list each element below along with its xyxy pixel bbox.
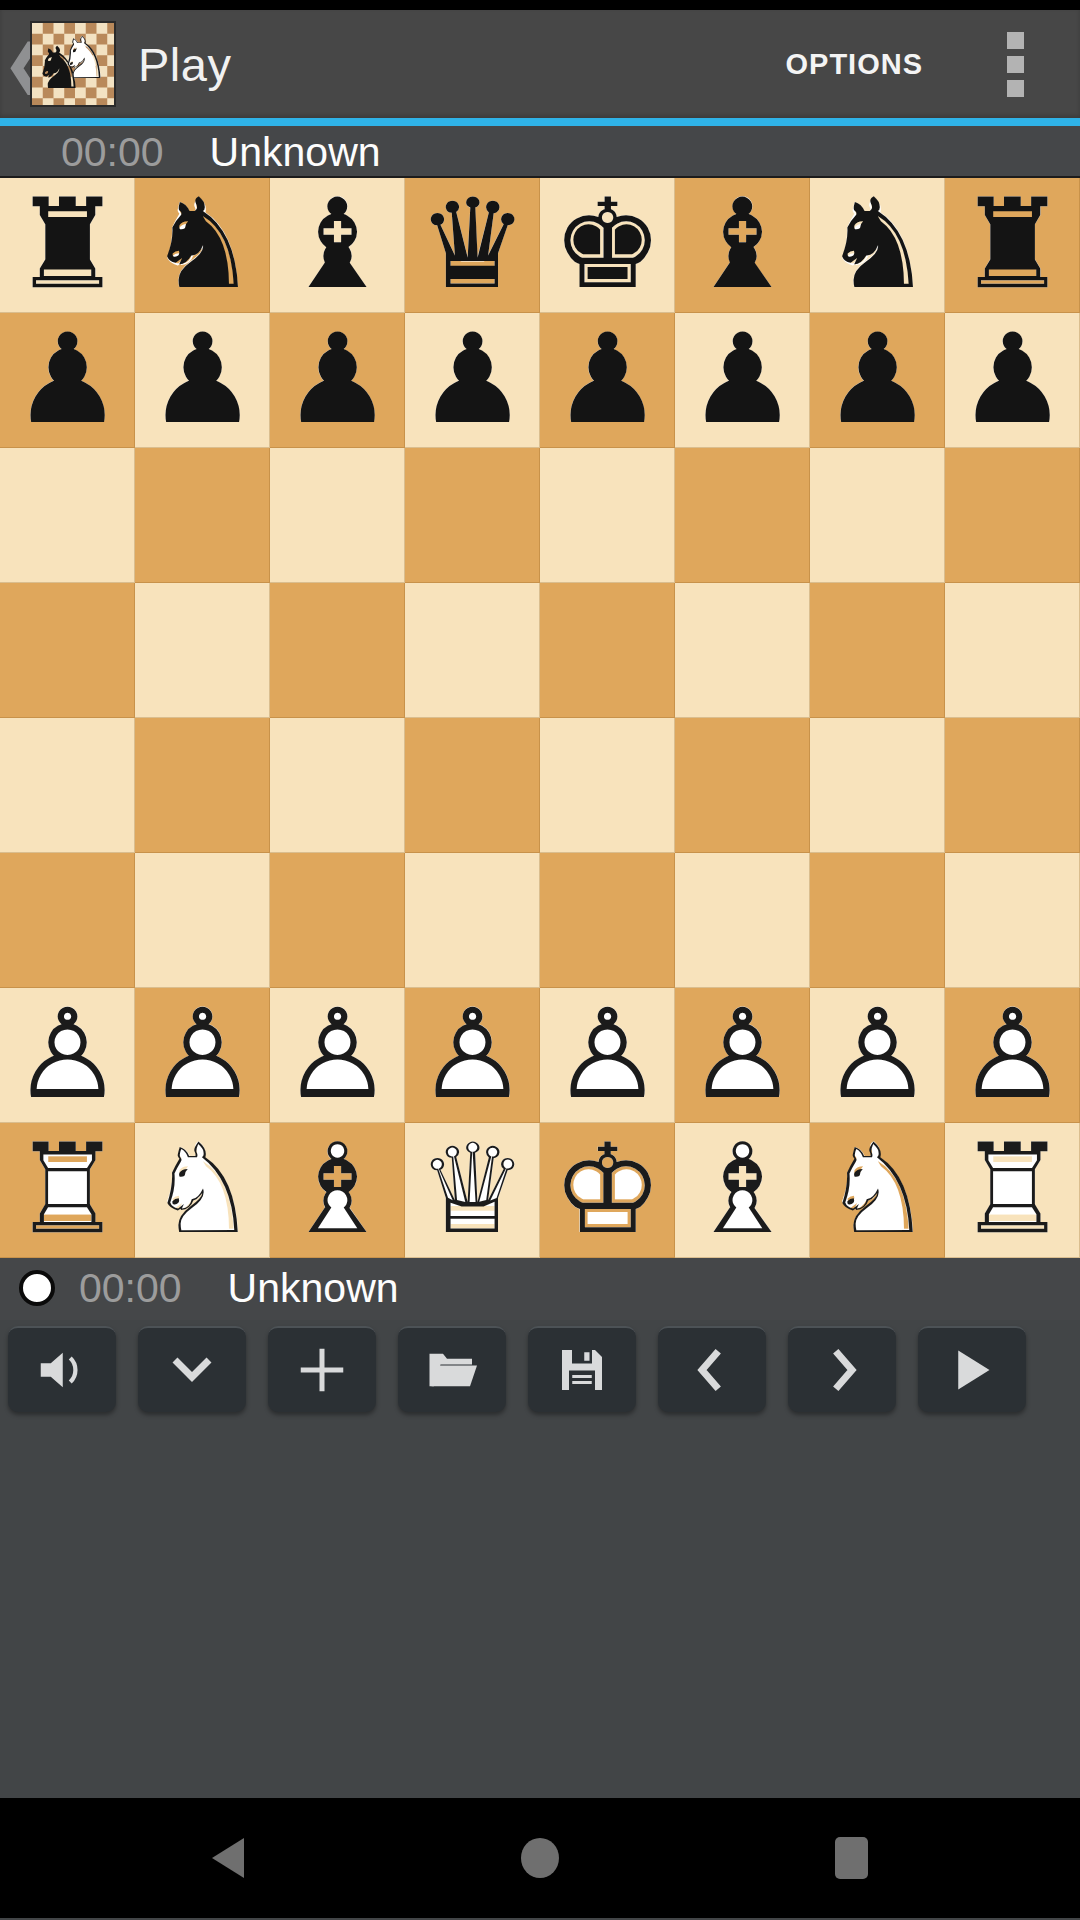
turn-indicator <box>19 1270 55 1306</box>
white-knight: ♞♘ <box>810 1123 945 1258</box>
player-clock: 00:00 <box>79 1265 182 1312</box>
square-h3[interactable] <box>945 853 1080 988</box>
black-knight: ♘♞ <box>135 178 270 313</box>
white-bishop: ♝♗ <box>270 1123 405 1258</box>
nav-recents-icon[interactable] <box>835 1837 868 1879</box>
black-queen: ♕♛ <box>405 178 540 313</box>
overflow-menu-icon[interactable] <box>1007 32 1024 97</box>
square-f8[interactable]: ♗♝ <box>675 178 810 313</box>
black-pawn: ♙♟ <box>540 313 675 448</box>
plus-icon <box>292 1340 352 1400</box>
square-g4[interactable] <box>810 718 945 853</box>
sound-button[interactable] <box>8 1326 116 1412</box>
square-a3[interactable] <box>0 853 135 988</box>
android-nav-bar <box>0 1798 1080 1918</box>
chevron-left-icon <box>682 1340 742 1400</box>
app-bar: ❮ ♞ ♞ ♘ Play OPTIONS <box>0 10 1080 118</box>
square-a8[interactable]: ♖♜ <box>0 178 135 313</box>
black-pawn: ♙♟ <box>945 313 1080 448</box>
square-c6[interactable] <box>270 448 405 583</box>
square-f6[interactable] <box>675 448 810 583</box>
white-knight: ♞♘ <box>135 1123 270 1258</box>
square-b2[interactable]: ♟♙ <box>135 988 270 1123</box>
save-game-button[interactable] <box>528 1326 636 1412</box>
square-b8[interactable]: ♘♞ <box>135 178 270 313</box>
next-move-button[interactable] <box>788 1326 896 1412</box>
white-pawn: ♟♙ <box>675 988 810 1123</box>
app-icon: ♞ ♞ ♘ <box>30 21 116 107</box>
square-c4[interactable] <box>270 718 405 853</box>
square-h5[interactable] <box>945 583 1080 718</box>
square-c7[interactable]: ♙♟ <box>270 313 405 448</box>
black-bishop: ♗♝ <box>675 178 810 313</box>
square-h1[interactable]: ♜♖ <box>945 1123 1080 1258</box>
square-c8[interactable]: ♗♝ <box>270 178 405 313</box>
black-rook: ♖♜ <box>0 178 135 313</box>
white-pawn: ♟♙ <box>810 988 945 1123</box>
black-pawn: ♙♟ <box>675 313 810 448</box>
black-pawn: ♙♟ <box>135 313 270 448</box>
square-e2[interactable]: ♟♙ <box>540 988 675 1123</box>
player-clock-row: 00:00 Unknown <box>0 1256 1080 1320</box>
black-pawn: ♙♟ <box>0 313 135 448</box>
nav-back-icon[interactable] <box>212 1838 244 1878</box>
accent-divider <box>0 118 1080 126</box>
new-game-button[interactable] <box>268 1326 376 1412</box>
square-c3[interactable] <box>270 853 405 988</box>
white-pawn: ♟♙ <box>0 988 135 1123</box>
square-e4[interactable] <box>540 718 675 853</box>
square-g7[interactable]: ♙♟ <box>810 313 945 448</box>
opponent-name: Unknown <box>210 129 381 176</box>
square-f5[interactable] <box>675 583 810 718</box>
square-d5[interactable] <box>405 583 540 718</box>
square-g6[interactable] <box>810 448 945 583</box>
square-b5[interactable] <box>135 583 270 718</box>
square-f2[interactable]: ♟♙ <box>675 988 810 1123</box>
square-b6[interactable] <box>135 448 270 583</box>
black-pawn: ♙♟ <box>270 313 405 448</box>
play-icon <box>942 1340 1002 1400</box>
square-c2[interactable]: ♟♙ <box>270 988 405 1123</box>
square-d6[interactable] <box>405 448 540 583</box>
square-f4[interactable] <box>675 718 810 853</box>
square-b3[interactable] <box>135 853 270 988</box>
opponent-clock: 00:00 <box>61 129 164 176</box>
square-d1[interactable]: ♛♕ <box>405 1123 540 1258</box>
square-e1[interactable]: ♚♔ <box>540 1123 675 1258</box>
black-pawn: ♙♟ <box>405 313 540 448</box>
white-pawn: ♟♙ <box>270 988 405 1123</box>
square-d2[interactable]: ♟♙ <box>405 988 540 1123</box>
square-h7[interactable]: ♙♟ <box>945 313 1080 448</box>
page-title: Play <box>138 37 231 92</box>
white-rook: ♜♖ <box>0 1123 135 1258</box>
square-a2[interactable]: ♟♙ <box>0 988 135 1123</box>
square-a7[interactable]: ♙♟ <box>0 313 135 448</box>
chess-board[interactable]: ♖♜♘♞♗♝♕♛♔♚♗♝♘♞♖♜♙♟♙♟♙♟♙♟♙♟♙♟♙♟♙♟♟♙♟♙♟♙♟♙… <box>0 176 1080 1256</box>
play-engine-button[interactable] <box>918 1326 1026 1412</box>
square-d8[interactable]: ♕♛ <box>405 178 540 313</box>
square-b1[interactable]: ♞♘ <box>135 1123 270 1258</box>
square-e8[interactable]: ♔♚ <box>540 178 675 313</box>
square-e5[interactable] <box>540 583 675 718</box>
app-screen: ❮ ♞ ♞ ♘ Play OPTIONS 00:00 Unknown ♖♜♘♞♗… <box>0 0 1080 1920</box>
square-d7[interactable]: ♙♟ <box>405 313 540 448</box>
white-rook: ♜♖ <box>945 1123 1080 1258</box>
square-g1[interactable]: ♞♘ <box>810 1123 945 1258</box>
square-d3[interactable] <box>405 853 540 988</box>
square-e3[interactable] <box>540 853 675 988</box>
square-b4[interactable] <box>135 718 270 853</box>
white-pawn: ♟♙ <box>540 988 675 1123</box>
white-king: ♚♔ <box>540 1123 675 1258</box>
floppy-disk-icon <box>552 1340 612 1400</box>
square-e6[interactable] <box>540 448 675 583</box>
square-g5[interactable] <box>810 583 945 718</box>
nav-home-icon[interactable] <box>521 1838 559 1878</box>
white-pawn: ♟♙ <box>945 988 1080 1123</box>
square-b7[interactable]: ♙♟ <box>135 313 270 448</box>
white-pawn: ♟♙ <box>405 988 540 1123</box>
square-f1[interactable]: ♝♗ <box>675 1123 810 1258</box>
black-pawn: ♙♟ <box>810 313 945 448</box>
speaker-icon <box>32 1340 92 1400</box>
square-g3[interactable] <box>810 853 945 988</box>
status-bar <box>0 0 1080 10</box>
toolbar <box>0 1320 1080 1418</box>
folder-open-icon <box>422 1340 482 1400</box>
square-e7[interactable]: ♙♟ <box>540 313 675 448</box>
square-a6[interactable] <box>0 448 135 583</box>
square-c5[interactable] <box>270 583 405 718</box>
player-name: Unknown <box>228 1265 399 1312</box>
options-button[interactable]: OPTIONS <box>785 48 923 81</box>
previous-move-button[interactable] <box>658 1326 766 1412</box>
square-d4[interactable] <box>405 718 540 853</box>
white-pawn: ♟♙ <box>135 988 270 1123</box>
open-game-button[interactable] <box>398 1326 506 1412</box>
black-king: ♔♚ <box>540 178 675 313</box>
square-a4[interactable] <box>0 718 135 853</box>
square-h2[interactable]: ♟♙ <box>945 988 1080 1123</box>
square-h4[interactable] <box>945 718 1080 853</box>
square-c1[interactable]: ♝♗ <box>270 1123 405 1258</box>
white-queen: ♛♕ <box>405 1123 540 1258</box>
square-a1[interactable]: ♜♖ <box>0 1123 135 1258</box>
square-g2[interactable]: ♟♙ <box>810 988 945 1123</box>
square-h8[interactable]: ♖♜ <box>945 178 1080 313</box>
black-bishop: ♗♝ <box>270 178 405 313</box>
square-f7[interactable]: ♙♟ <box>675 313 810 448</box>
white-bishop: ♝♗ <box>675 1123 810 1258</box>
square-h6[interactable] <box>945 448 1080 583</box>
square-a5[interactable] <box>0 583 135 718</box>
black-rook: ♖♜ <box>945 178 1080 313</box>
empty-panel <box>0 1418 1080 1798</box>
black-knight: ♘♞ <box>810 178 945 313</box>
opponent-clock-row: 00:00 Unknown <box>0 126 1080 178</box>
square-f3[interactable] <box>675 853 810 988</box>
chevron-right-icon <box>812 1340 872 1400</box>
chevron-down-icon <box>162 1340 222 1400</box>
square-g8[interactable]: ♘♞ <box>810 178 945 313</box>
collapse-button[interactable] <box>138 1326 246 1412</box>
